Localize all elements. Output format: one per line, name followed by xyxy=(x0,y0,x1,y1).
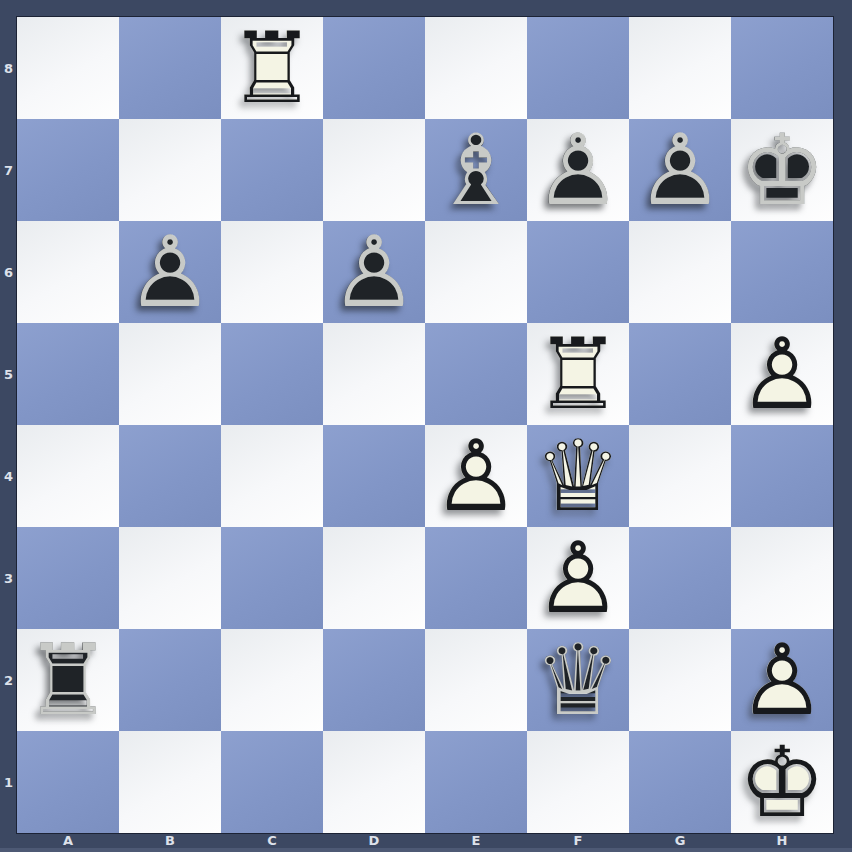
square-f7[interactable]: ♟♙ xyxy=(527,119,629,221)
file-label-g: G xyxy=(629,833,731,848)
square-d4[interactable] xyxy=(323,425,425,527)
square-a7[interactable] xyxy=(17,119,119,221)
square-a1[interactable] xyxy=(17,731,119,833)
white-queen-glyph-line: ♕ xyxy=(527,425,629,527)
black-bishop-glyph-line: ♗ xyxy=(425,119,527,221)
square-c3[interactable] xyxy=(221,527,323,629)
square-f4[interactable]: ♛♕ xyxy=(527,425,629,527)
rank-label-4: 4 xyxy=(0,425,17,527)
square-b1[interactable] xyxy=(119,731,221,833)
square-f3[interactable]: ♟♙ xyxy=(527,527,629,629)
square-a5[interactable] xyxy=(17,323,119,425)
white-rook-c8[interactable]: ♜♖ xyxy=(221,17,323,119)
white-king-glyph-line: ♔ xyxy=(731,731,833,833)
black-pawn-f7[interactable]: ♟♙ xyxy=(527,119,629,221)
black-pawn-glyph-line: ♙ xyxy=(119,221,221,323)
square-d2[interactable] xyxy=(323,629,425,731)
square-c8[interactable]: ♜♖ xyxy=(221,17,323,119)
white-pawn-e4[interactable]: ♟♙ xyxy=(425,425,527,527)
square-c4[interactable] xyxy=(221,425,323,527)
square-a6[interactable] xyxy=(17,221,119,323)
square-a4[interactable] xyxy=(17,425,119,527)
black-queen-glyph-line: ♕ xyxy=(527,629,629,731)
square-e6[interactable] xyxy=(425,221,527,323)
white-queen-f4[interactable]: ♛♕ xyxy=(527,425,629,527)
square-e1[interactable] xyxy=(425,731,527,833)
white-pawn-f3[interactable]: ♟♙ xyxy=(527,527,629,629)
square-h2[interactable]: ♟♙ xyxy=(731,629,833,731)
white-king-h1[interactable]: ♚♔ xyxy=(731,731,833,833)
square-c2[interactable] xyxy=(221,629,323,731)
square-f2[interactable]: ♛♕ xyxy=(527,629,629,731)
rank-label-2: 2 xyxy=(0,629,17,731)
square-a8[interactable] xyxy=(17,17,119,119)
bottom-accent-strip xyxy=(0,848,852,852)
black-rook-glyph-line: ♖ xyxy=(17,629,119,731)
white-pawn-h2[interactable]: ♟♙ xyxy=(731,629,833,731)
file-label-e: E xyxy=(425,833,527,848)
black-king-glyph-line: ♔ xyxy=(731,119,833,221)
square-g2[interactable] xyxy=(629,629,731,731)
square-b7[interactable] xyxy=(119,119,221,221)
square-g3[interactable] xyxy=(629,527,731,629)
square-f5[interactable]: ♜♖ xyxy=(527,323,629,425)
file-label-d: D xyxy=(323,833,425,848)
square-b5[interactable] xyxy=(119,323,221,425)
square-d7[interactable] xyxy=(323,119,425,221)
white-pawn-h5[interactable]: ♟♙ xyxy=(731,323,833,425)
rank-label-6: 6 xyxy=(0,221,17,323)
black-bishop-e7[interactable]: ♝♗ xyxy=(425,119,527,221)
square-e4[interactable]: ♟♙ xyxy=(425,425,527,527)
square-e8[interactable] xyxy=(425,17,527,119)
square-h3[interactable] xyxy=(731,527,833,629)
white-rook-f5[interactable]: ♜♖ xyxy=(527,323,629,425)
rank-label-3: 3 xyxy=(0,527,17,629)
white-pawn-glyph-line: ♙ xyxy=(425,425,527,527)
white-pawn-glyph-line: ♙ xyxy=(731,629,833,731)
square-e7[interactable]: ♝♗ xyxy=(425,119,527,221)
file-label-a: A xyxy=(17,833,119,848)
square-e5[interactable] xyxy=(425,323,527,425)
square-g5[interactable] xyxy=(629,323,731,425)
rank-label-7: 7 xyxy=(0,119,17,221)
chess-board: ♜♖♝♗♟♙♟♙♚♔♟♙♟♙♜♖♟♙♟♙♛♕♟♙♜♖♛♕♟♙♚♔ xyxy=(17,17,833,833)
rank-labels: 87654321 xyxy=(0,17,17,833)
rank-label-8: 8 xyxy=(0,17,17,119)
square-h1[interactable]: ♚♔ xyxy=(731,731,833,833)
square-b3[interactable] xyxy=(119,527,221,629)
square-h5[interactable]: ♟♙ xyxy=(731,323,833,425)
file-label-f: F xyxy=(527,833,629,848)
black-pawn-glyph-line: ♙ xyxy=(629,119,731,221)
square-c1[interactable] xyxy=(221,731,323,833)
square-b6[interactable]: ♟♙ xyxy=(119,221,221,323)
white-rook-glyph-line: ♖ xyxy=(221,17,323,119)
white-rook-glyph-line: ♖ xyxy=(527,323,629,425)
file-label-h: H xyxy=(731,833,833,848)
square-d3[interactable] xyxy=(323,527,425,629)
square-a2[interactable]: ♜♖ xyxy=(17,629,119,731)
black-rook-a2[interactable]: ♜♖ xyxy=(17,629,119,731)
file-label-b: B xyxy=(119,833,221,848)
black-pawn-glyph-line: ♙ xyxy=(323,221,425,323)
square-b8[interactable] xyxy=(119,17,221,119)
file-labels: ABCDEFGH xyxy=(17,833,833,848)
square-e2[interactable] xyxy=(425,629,527,731)
square-d1[interactable] xyxy=(323,731,425,833)
square-h8[interactable] xyxy=(731,17,833,119)
black-king-h7[interactable]: ♚♔ xyxy=(731,119,833,221)
square-f1[interactable] xyxy=(527,731,629,833)
square-g8[interactable] xyxy=(629,17,731,119)
square-c7[interactable] xyxy=(221,119,323,221)
square-d8[interactable] xyxy=(323,17,425,119)
chess-board-frame: ♜♖♝♗♟♙♟♙♚♔♟♙♟♙♜♖♟♙♟♙♛♕♟♙♜♖♛♕♟♙♚♔ 8765432… xyxy=(0,0,852,852)
square-g7[interactable]: ♟♙ xyxy=(629,119,731,221)
square-c6[interactable] xyxy=(221,221,323,323)
square-f8[interactable] xyxy=(527,17,629,119)
square-d5[interactable] xyxy=(323,323,425,425)
square-h7[interactable]: ♚♔ xyxy=(731,119,833,221)
square-b2[interactable] xyxy=(119,629,221,731)
black-pawn-glyph-line: ♙ xyxy=(527,119,629,221)
square-g4[interactable] xyxy=(629,425,731,527)
square-b4[interactable] xyxy=(119,425,221,527)
black-pawn-g7[interactable]: ♟♙ xyxy=(629,119,731,221)
square-g1[interactable] xyxy=(629,731,731,833)
square-g6[interactable] xyxy=(629,221,731,323)
square-d6[interactable]: ♟♙ xyxy=(323,221,425,323)
square-f6[interactable] xyxy=(527,221,629,323)
black-pawn-d6[interactable]: ♟♙ xyxy=(323,221,425,323)
square-h4[interactable] xyxy=(731,425,833,527)
black-pawn-b6[interactable]: ♟♙ xyxy=(119,221,221,323)
white-pawn-glyph-line: ♙ xyxy=(527,527,629,629)
rank-label-1: 1 xyxy=(0,731,17,833)
rank-label-5: 5 xyxy=(0,323,17,425)
black-queen-f2[interactable]: ♛♕ xyxy=(527,629,629,731)
square-c5[interactable] xyxy=(221,323,323,425)
white-pawn-glyph-line: ♙ xyxy=(731,323,833,425)
square-e3[interactable] xyxy=(425,527,527,629)
file-label-c: C xyxy=(221,833,323,848)
square-a3[interactable] xyxy=(17,527,119,629)
square-h6[interactable] xyxy=(731,221,833,323)
